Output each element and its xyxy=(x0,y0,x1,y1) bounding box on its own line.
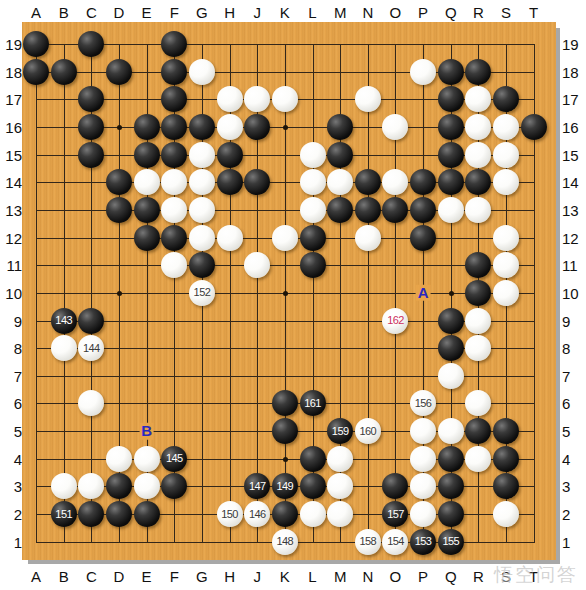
coord-label-left: 18 xyxy=(0,65,22,80)
stone-white xyxy=(272,86,298,112)
stone-white xyxy=(410,59,436,85)
move-number-145: 145 xyxy=(166,453,183,464)
coord-label-top: G xyxy=(190,5,214,20)
stone-black xyxy=(438,446,464,472)
stone-white xyxy=(189,225,215,251)
coord-label-left: 1 xyxy=(0,535,22,550)
stone-black xyxy=(382,197,408,223)
stone-black: 153 xyxy=(410,529,436,555)
grid-line-vertical xyxy=(368,44,369,543)
coord-label-top: B xyxy=(52,5,76,20)
stone-white xyxy=(189,59,215,85)
coord-label-left: 7 xyxy=(0,369,22,384)
stone-white xyxy=(217,86,243,112)
move-number-150: 150 xyxy=(221,509,238,520)
stone-white xyxy=(465,142,491,168)
coord-label-left: 9 xyxy=(0,314,22,329)
stone-black xyxy=(106,169,132,195)
stone-black xyxy=(272,418,298,444)
coord-label-right: 14 xyxy=(562,175,586,190)
stone-black xyxy=(327,197,353,223)
move-number-154: 154 xyxy=(387,536,404,547)
stone-white xyxy=(382,169,408,195)
stone-black xyxy=(106,501,132,527)
stone-white xyxy=(244,86,270,112)
coord-label-bottom: B xyxy=(52,569,76,584)
coord-label-bottom: C xyxy=(79,569,103,584)
stone-black xyxy=(300,225,326,251)
coord-label-bottom: S xyxy=(494,569,518,584)
stone-black xyxy=(493,418,519,444)
move-number-155: 155 xyxy=(442,536,459,547)
stone-white xyxy=(465,446,491,472)
coord-label-right: 4 xyxy=(562,452,586,467)
stone-black: 145 xyxy=(161,446,187,472)
stone-white xyxy=(217,114,243,140)
coord-label-bottom: A xyxy=(24,569,48,584)
stone-black xyxy=(493,473,519,499)
coord-label-right: 16 xyxy=(562,120,586,135)
stone-white xyxy=(410,473,436,499)
move-number-152: 152 xyxy=(194,287,211,298)
point-label-B: B xyxy=(139,423,154,440)
stone-white xyxy=(134,473,160,499)
stone-white: 154 xyxy=(382,529,408,555)
stone-white xyxy=(51,335,77,361)
stone-black xyxy=(161,225,187,251)
stone-black xyxy=(23,31,49,57)
coord-label-bottom: F xyxy=(162,569,186,584)
coord-label-left: 14 xyxy=(0,175,22,190)
go-diagram: 1521431621441611561591601451471491511501… xyxy=(0,0,586,590)
stone-black xyxy=(465,418,491,444)
stone-white xyxy=(300,142,326,168)
stone-black xyxy=(327,142,353,168)
stone-black xyxy=(106,473,132,499)
go-board: 1521431621441611561591601451471491511501… xyxy=(22,22,556,560)
stone-white xyxy=(134,446,160,472)
stone-black xyxy=(300,473,326,499)
stone-black xyxy=(465,252,491,278)
stone-white xyxy=(300,501,326,527)
star-point xyxy=(449,291,454,296)
stone-black xyxy=(244,114,270,140)
stone-white: 146 xyxy=(244,501,270,527)
stone-black xyxy=(410,169,436,195)
stone-black xyxy=(217,169,243,195)
stone-black xyxy=(134,197,160,223)
stone-white: 162 xyxy=(382,308,408,334)
stone-black xyxy=(521,114,547,140)
stone-black xyxy=(493,446,519,472)
coord-label-bottom: K xyxy=(273,569,297,584)
stone-black xyxy=(78,501,104,527)
stone-black xyxy=(134,501,160,527)
coord-label-right: 11 xyxy=(562,258,586,273)
stone-white xyxy=(410,501,436,527)
move-number-149: 149 xyxy=(277,481,294,492)
stone-black: 161 xyxy=(300,390,326,416)
stone-black: 157 xyxy=(382,501,408,527)
move-number-158: 158 xyxy=(360,536,377,547)
coord-label-top: C xyxy=(79,5,103,20)
stone-black xyxy=(51,59,77,85)
stone-white xyxy=(465,308,491,334)
stone-white xyxy=(78,473,104,499)
stone-black xyxy=(438,59,464,85)
stone-black xyxy=(438,169,464,195)
coord-label-right: 1 xyxy=(562,535,586,550)
coord-label-right: 6 xyxy=(562,396,586,411)
stone-black: 159 xyxy=(327,418,353,444)
star-point xyxy=(283,291,288,296)
stone-black xyxy=(161,473,187,499)
coord-label-right: 17 xyxy=(562,92,586,107)
coord-label-top: T xyxy=(522,5,546,20)
stone-black xyxy=(161,86,187,112)
coord-label-top: E xyxy=(135,5,159,20)
stone-white xyxy=(327,473,353,499)
stone-black xyxy=(410,225,436,251)
star-point xyxy=(117,291,122,296)
stone-white xyxy=(189,169,215,195)
stone-white xyxy=(465,197,491,223)
coord-label-bottom: P xyxy=(411,569,435,584)
stone-black xyxy=(300,446,326,472)
stone-black xyxy=(161,114,187,140)
stone-black xyxy=(78,308,104,334)
move-number-143: 143 xyxy=(55,315,72,326)
stone-black xyxy=(78,31,104,57)
stone-black xyxy=(161,142,187,168)
coord-label-right: 13 xyxy=(562,203,586,218)
stone-black xyxy=(189,252,215,278)
star-point xyxy=(283,125,288,130)
move-number-161: 161 xyxy=(304,398,321,409)
stone-white xyxy=(493,225,519,251)
coord-label-top: D xyxy=(107,5,131,20)
move-number-162: 162 xyxy=(387,315,404,326)
stone-white xyxy=(161,169,187,195)
stone-black xyxy=(493,86,519,112)
stone-white xyxy=(493,501,519,527)
stone-white xyxy=(327,446,353,472)
coord-label-left: 6 xyxy=(0,396,22,411)
stone-white xyxy=(438,418,464,444)
stone-white: 156 xyxy=(410,390,436,416)
stone-white xyxy=(493,142,519,168)
stone-black: 151 xyxy=(51,501,77,527)
stone-black xyxy=(410,197,436,223)
stone-white: 150 xyxy=(217,501,243,527)
stone-white xyxy=(465,390,491,416)
stone-black: 149 xyxy=(272,473,298,499)
stone-black xyxy=(465,169,491,195)
stone-black xyxy=(465,59,491,85)
stone-white xyxy=(161,252,187,278)
stone-black xyxy=(382,473,408,499)
coord-label-top: K xyxy=(273,5,297,20)
stone-white xyxy=(355,225,381,251)
stone-black xyxy=(244,169,270,195)
coord-label-left: 15 xyxy=(0,148,22,163)
stone-white xyxy=(51,473,77,499)
stone-white xyxy=(493,280,519,306)
coord-label-bottom: J xyxy=(245,569,269,584)
stone-white xyxy=(465,86,491,112)
coord-label-top: N xyxy=(356,5,380,20)
stone-black xyxy=(272,390,298,416)
coord-label-left: 13 xyxy=(0,203,22,218)
coord-label-top: P xyxy=(411,5,435,20)
stone-black xyxy=(355,197,381,223)
stone-black xyxy=(300,252,326,278)
stone-black xyxy=(438,142,464,168)
coord-label-top: A xyxy=(24,5,48,20)
stone-black xyxy=(161,31,187,57)
coord-label-right: 9 xyxy=(562,314,586,329)
coord-label-left: 8 xyxy=(0,341,22,356)
coord-label-left: 16 xyxy=(0,120,22,135)
stone-white xyxy=(134,169,160,195)
stone-black xyxy=(438,335,464,361)
coord-label-top: Q xyxy=(439,5,463,20)
stone-black xyxy=(438,308,464,334)
coord-label-top: R xyxy=(466,5,490,20)
coord-label-bottom: M xyxy=(328,569,352,584)
coord-label-right: 5 xyxy=(562,424,586,439)
stone-white xyxy=(438,363,464,389)
stone-black xyxy=(327,114,353,140)
stone-black xyxy=(78,86,104,112)
stone-black xyxy=(23,59,49,85)
coord-label-left: 3 xyxy=(0,479,22,494)
stone-white xyxy=(493,252,519,278)
coord-label-bottom: E xyxy=(135,569,159,584)
stone-white: 158 xyxy=(355,529,381,555)
coord-label-bottom: T xyxy=(522,569,546,584)
coord-label-right: 2 xyxy=(562,507,586,522)
stone-white xyxy=(217,225,243,251)
coord-label-bottom: Q xyxy=(439,569,463,584)
point-label-A: A xyxy=(416,285,431,302)
stone-white: 148 xyxy=(272,529,298,555)
move-number-144: 144 xyxy=(83,343,100,354)
coord-label-left: 4 xyxy=(0,452,22,467)
star-point xyxy=(283,457,288,462)
coord-label-right: 10 xyxy=(562,286,586,301)
stone-black xyxy=(134,142,160,168)
stone-black xyxy=(438,473,464,499)
coord-label-bottom: O xyxy=(383,569,407,584)
coord-label-bottom: D xyxy=(107,569,131,584)
coord-label-left: 11 xyxy=(0,258,22,273)
coord-label-right: 7 xyxy=(562,369,586,384)
coord-label-bottom: L xyxy=(301,569,325,584)
star-point xyxy=(117,125,122,130)
coord-label-right: 3 xyxy=(562,479,586,494)
stone-black xyxy=(106,197,132,223)
stone-white xyxy=(382,114,408,140)
stone-black: 143 xyxy=(51,308,77,334)
stone-white xyxy=(272,225,298,251)
stone-white xyxy=(465,114,491,140)
stone-black xyxy=(438,501,464,527)
coord-label-left: 17 xyxy=(0,92,22,107)
stone-white xyxy=(438,197,464,223)
stone-white xyxy=(300,197,326,223)
stone-white: 160 xyxy=(355,418,381,444)
move-number-153: 153 xyxy=(415,536,432,547)
coord-label-left: 5 xyxy=(0,424,22,439)
coord-label-bottom: H xyxy=(218,569,242,584)
coord-label-left: 10 xyxy=(0,286,22,301)
stone-white xyxy=(493,169,519,195)
coord-label-top: J xyxy=(245,5,269,20)
stone-black xyxy=(106,59,132,85)
coord-label-right: 12 xyxy=(562,231,586,246)
stone-white xyxy=(410,446,436,472)
move-number-160: 160 xyxy=(360,426,377,437)
coord-label-left: 2 xyxy=(0,507,22,522)
move-number-159: 159 xyxy=(332,426,349,437)
stone-white xyxy=(355,86,381,112)
coord-label-top: M xyxy=(328,5,352,20)
move-number-147: 147 xyxy=(249,481,266,492)
stone-black xyxy=(355,169,381,195)
coord-label-right: 8 xyxy=(562,341,586,356)
coord-label-bottom: N xyxy=(356,569,380,584)
stone-black xyxy=(438,86,464,112)
move-number-157: 157 xyxy=(387,509,404,520)
coord-label-top: F xyxy=(162,5,186,20)
coord-label-top: L xyxy=(301,5,325,20)
coord-label-right: 19 xyxy=(562,37,586,52)
move-number-151: 151 xyxy=(55,509,72,520)
stone-white xyxy=(465,335,491,361)
stone-white xyxy=(189,142,215,168)
stone-white xyxy=(189,197,215,223)
stone-white xyxy=(327,169,353,195)
stone-black xyxy=(217,142,243,168)
stone-black xyxy=(78,114,104,140)
stone-white xyxy=(300,169,326,195)
coord-label-top: S xyxy=(494,5,518,20)
stone-white xyxy=(327,501,353,527)
coord-label-bottom: G xyxy=(190,569,214,584)
stone-black xyxy=(272,501,298,527)
stone-black: 147 xyxy=(244,473,270,499)
stone-black xyxy=(134,225,160,251)
stone-white xyxy=(78,390,104,416)
coord-label-left: 12 xyxy=(0,231,22,246)
stone-black xyxy=(189,114,215,140)
coord-label-right: 15 xyxy=(562,148,586,163)
stone-black: 155 xyxy=(438,529,464,555)
stone-white xyxy=(106,446,132,472)
stone-white xyxy=(410,418,436,444)
move-number-148: 148 xyxy=(277,536,294,547)
coord-label-left: 19 xyxy=(0,37,22,52)
coord-label-top: O xyxy=(383,5,407,20)
coord-label-right: 18 xyxy=(562,65,586,80)
stone-black xyxy=(161,59,187,85)
move-number-156: 156 xyxy=(415,398,432,409)
stone-black xyxy=(134,114,160,140)
stone-white: 152 xyxy=(189,280,215,306)
move-number-146: 146 xyxy=(249,509,266,520)
coord-label-top: H xyxy=(218,5,242,20)
stone-white xyxy=(161,197,187,223)
stone-black xyxy=(465,280,491,306)
stone-white xyxy=(244,252,270,278)
coord-label-bottom: R xyxy=(466,569,490,584)
stone-white: 144 xyxy=(78,335,104,361)
stone-black xyxy=(438,114,464,140)
stone-white xyxy=(493,114,519,140)
stone-black xyxy=(78,142,104,168)
